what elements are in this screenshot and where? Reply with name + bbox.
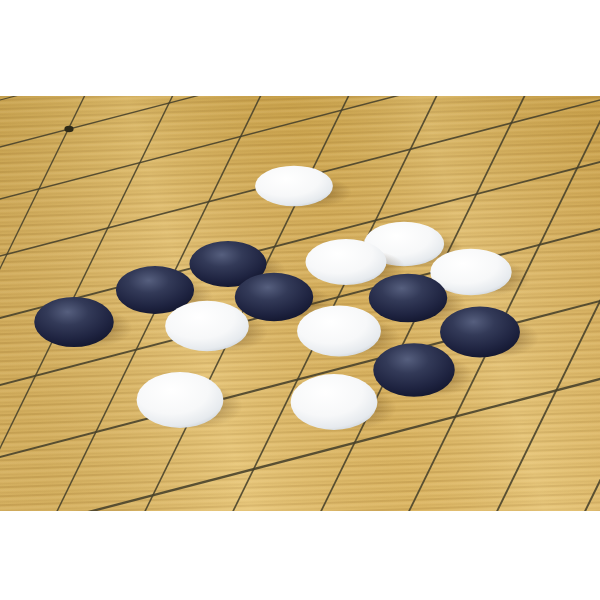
stone-white[interactable] — [305, 239, 386, 285]
goban-scene — [0, 0, 600, 600]
stone-white[interactable] — [255, 166, 333, 206]
stone-black[interactable] — [34, 297, 114, 347]
hoshi-point — [64, 126, 73, 132]
stone-black[interactable] — [369, 274, 448, 322]
stone-white[interactable] — [297, 306, 381, 357]
stone-black[interactable] — [440, 307, 520, 358]
go-board-photo — [0, 0, 600, 600]
stone-white[interactable] — [137, 372, 224, 428]
stone-black[interactable] — [373, 343, 455, 397]
stone-white[interactable] — [291, 374, 378, 430]
stone-black[interactable] — [235, 273, 313, 321]
stone-white[interactable] — [165, 301, 249, 351]
